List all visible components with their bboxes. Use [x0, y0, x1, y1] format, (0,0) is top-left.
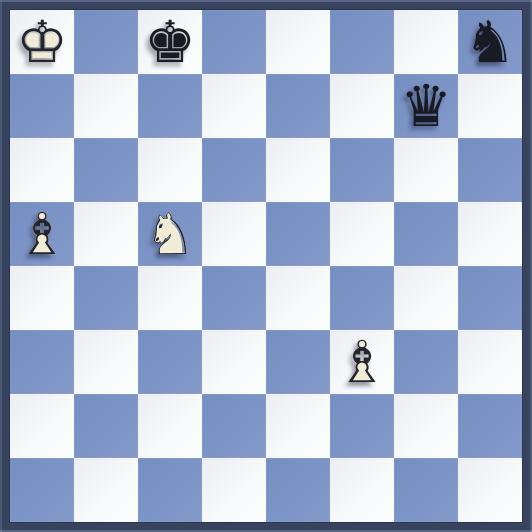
square-e4[interactable]	[266, 266, 330, 330]
white-king-piece: ♔	[16, 10, 68, 74]
square-e7[interactable]	[266, 74, 330, 138]
square-b5[interactable]	[74, 202, 138, 266]
square-d8[interactable]	[202, 10, 266, 74]
square-d7[interactable]	[202, 74, 266, 138]
black-knight-piece: ♞	[464, 10, 516, 74]
square-e6[interactable]	[266, 138, 330, 202]
square-b4[interactable]	[74, 266, 138, 330]
square-c4[interactable]	[138, 266, 202, 330]
square-c3[interactable]	[138, 330, 202, 394]
square-a1[interactable]	[10, 458, 74, 522]
square-f6[interactable]	[330, 138, 394, 202]
square-g1[interactable]	[394, 458, 458, 522]
square-e1[interactable]	[266, 458, 330, 522]
square-f8[interactable]	[330, 10, 394, 74]
square-g2[interactable]	[394, 394, 458, 458]
square-e3[interactable]	[266, 330, 330, 394]
square-c1[interactable]	[138, 458, 202, 522]
square-f3[interactable]: ♗	[330, 330, 394, 394]
square-f2[interactable]	[330, 394, 394, 458]
square-e8[interactable]	[266, 10, 330, 74]
square-e5[interactable]	[266, 202, 330, 266]
square-h8[interactable]: ♞	[458, 10, 522, 74]
square-b6[interactable]	[74, 138, 138, 202]
square-a5[interactable]: ♗	[10, 202, 74, 266]
square-h1[interactable]	[458, 458, 522, 522]
square-a6[interactable]	[10, 138, 74, 202]
white-knight-piece: ♘	[144, 202, 196, 266]
white-bishop-piece: ♗	[336, 330, 388, 394]
square-g6[interactable]	[394, 138, 458, 202]
square-f7[interactable]	[330, 74, 394, 138]
square-e2[interactable]	[266, 394, 330, 458]
square-d4[interactable]	[202, 266, 266, 330]
chess-board: ♔♚♞♛♗♘♗	[10, 10, 522, 522]
square-d2[interactable]	[202, 394, 266, 458]
square-b3[interactable]	[74, 330, 138, 394]
square-a2[interactable]	[10, 394, 74, 458]
square-f4[interactable]	[330, 266, 394, 330]
black-king-piece: ♚	[144, 10, 196, 74]
square-d3[interactable]	[202, 330, 266, 394]
square-b2[interactable]	[74, 394, 138, 458]
square-a8[interactable]: ♔	[10, 10, 74, 74]
square-f1[interactable]	[330, 458, 394, 522]
square-g3[interactable]	[394, 330, 458, 394]
square-a4[interactable]	[10, 266, 74, 330]
square-h7[interactable]	[458, 74, 522, 138]
square-c7[interactable]	[138, 74, 202, 138]
square-b7[interactable]	[74, 74, 138, 138]
square-g7[interactable]: ♛	[394, 74, 458, 138]
square-c2[interactable]	[138, 394, 202, 458]
square-h5[interactable]	[458, 202, 522, 266]
square-a7[interactable]	[10, 74, 74, 138]
square-g4[interactable]	[394, 266, 458, 330]
square-b8[interactable]	[74, 10, 138, 74]
square-h2[interactable]	[458, 394, 522, 458]
square-g8[interactable]	[394, 10, 458, 74]
square-g5[interactable]	[394, 202, 458, 266]
square-b1[interactable]	[74, 458, 138, 522]
black-queen-piece: ♛	[400, 74, 452, 138]
square-f5[interactable]	[330, 202, 394, 266]
square-d6[interactable]	[202, 138, 266, 202]
square-d5[interactable]	[202, 202, 266, 266]
square-h4[interactable]	[458, 266, 522, 330]
square-h6[interactable]	[458, 138, 522, 202]
square-a3[interactable]	[10, 330, 74, 394]
square-c5[interactable]: ♘	[138, 202, 202, 266]
square-c8[interactable]: ♚	[138, 10, 202, 74]
board-frame: ♔♚♞♛♗♘♗	[0, 0, 532, 532]
square-c6[interactable]	[138, 138, 202, 202]
white-bishop-piece: ♗	[16, 202, 68, 266]
square-d1[interactable]	[202, 458, 266, 522]
square-h3[interactable]	[458, 330, 522, 394]
